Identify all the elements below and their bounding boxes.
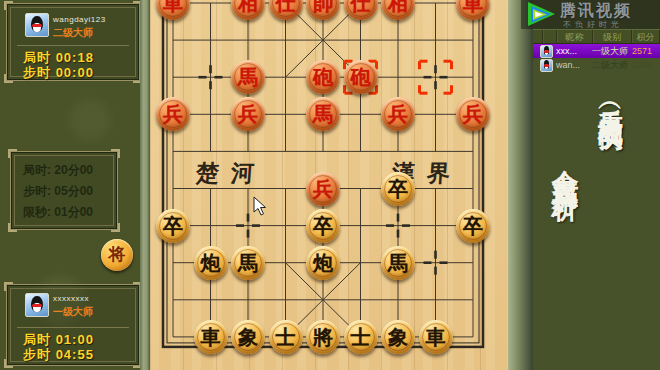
row-nickname: xxx... bbox=[556, 46, 592, 56]
piece-red-馬[interactable]: 馬 bbox=[231, 60, 265, 94]
row-avatar bbox=[540, 59, 553, 72]
bottom-player-move-time: 步时 04:55 bbox=[23, 346, 94, 364]
time-rules-panel: 局时: 20分00 步时: 05分00 限秒: 01分00 bbox=[10, 151, 118, 230]
row-avatar bbox=[540, 45, 553, 58]
top-player-rank: 二级大师 bbox=[53, 26, 93, 40]
header-score: 积分 bbox=[632, 30, 660, 43]
vertical-title-sub: 全盘对局分析 bbox=[547, 148, 583, 178]
piece-black-士[interactable]: 士 bbox=[269, 320, 303, 354]
mouse-cursor bbox=[253, 196, 267, 220]
player-list-row[interactable]: wan...二级大师2384 bbox=[533, 58, 660, 72]
piece-black-將[interactable]: 將 bbox=[306, 320, 340, 354]
piece-black-象[interactable]: 象 bbox=[381, 320, 415, 354]
piece-black-象[interactable]: 象 bbox=[231, 320, 265, 354]
river-label-left: 楚河 bbox=[195, 158, 267, 189]
row-score: 2571 bbox=[632, 46, 660, 56]
vertical-title-main: 后手（对战实例） bbox=[594, 88, 627, 112]
rule-move-time: 步时: 05分00 bbox=[23, 183, 93, 200]
divider bbox=[17, 327, 129, 328]
top-player-avatar bbox=[25, 13, 49, 37]
header-nickname: 昵称 bbox=[557, 30, 593, 43]
top-player-name: wangdayi123 bbox=[53, 15, 106, 24]
piece-black-卒[interactable]: 卒 bbox=[456, 209, 490, 243]
piece-red-砲[interactable]: 砲 bbox=[344, 60, 378, 94]
piece-black-炮[interactable]: 炮 bbox=[306, 246, 340, 280]
rule-limit-sec: 限秒: 01分00 bbox=[23, 204, 93, 221]
top-player-panel: wangdayi123 二级大师 局时 00:18 步时 00:00 bbox=[6, 3, 140, 81]
piece-black-車[interactable]: 車 bbox=[194, 320, 228, 354]
xiangqi-board[interactable]: 楚河 漢界 車相仕帥仕相車馬砲砲兵兵馬兵兵兵卒卒卒卒炮馬炮馬車象士將士象車 bbox=[150, 0, 508, 370]
row-score: 2384 bbox=[632, 60, 660, 70]
player-list-header: 昵称 级别 积分 bbox=[533, 29, 660, 44]
row-rank: 一级大师 bbox=[592, 45, 632, 58]
bottom-player-name: xxxxxxxx bbox=[53, 294, 89, 303]
board-right-trim bbox=[508, 0, 533, 370]
bottom-player-panel: xxxxxxxx 一级大师 局时 01:00 步时 04:55 bbox=[6, 284, 140, 366]
piece-black-馬[interactable]: 馬 bbox=[231, 246, 265, 280]
piece-black-士[interactable]: 士 bbox=[344, 320, 378, 354]
bottom-player-avatar bbox=[25, 293, 49, 317]
player-list-row[interactable]: xxx...一级大师2571 bbox=[533, 44, 660, 58]
board-left-trim bbox=[140, 0, 150, 370]
piece-black-馬[interactable]: 馬 bbox=[381, 246, 415, 280]
piece-black-卒[interactable]: 卒 bbox=[156, 209, 190, 243]
piece-black-卒[interactable]: 卒 bbox=[381, 172, 415, 206]
check-button[interactable]: 将 bbox=[101, 239, 133, 271]
row-rank: 二级大师 bbox=[592, 59, 632, 72]
piece-black-炮[interactable]: 炮 bbox=[194, 246, 228, 280]
player-list: 昵称 级别 积分 xxx...一级大师2571wan...二级大师2384 bbox=[533, 29, 660, 72]
piece-red-兵[interactable]: 兵 bbox=[306, 172, 340, 206]
piece-red-砲[interactable]: 砲 bbox=[306, 60, 340, 94]
bottom-player-rank: 一级大师 bbox=[53, 305, 93, 319]
piece-black-卒[interactable]: 卒 bbox=[306, 209, 340, 243]
row-nickname: wan... bbox=[556, 60, 592, 70]
divider bbox=[17, 45, 129, 46]
piece-black-車[interactable]: 車 bbox=[419, 320, 453, 354]
rule-game-time: 局时: 20分00 bbox=[23, 162, 93, 179]
header-rank: 级别 bbox=[593, 30, 632, 43]
top-player-move-time: 步时 00:00 bbox=[23, 64, 94, 82]
